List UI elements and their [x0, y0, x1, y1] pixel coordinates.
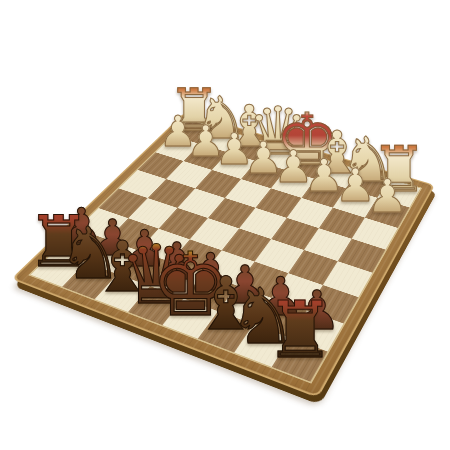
chess-board	[11, 112, 435, 398]
chess-set-photo: ♜♞♝♛♚♝♞♜♟♟♟♟♟♟♟♟♟♟♟♟♟♟♟♟♜♞♝♛♚♝♞♜	[0, 0, 450, 450]
board-squares	[31, 120, 421, 382]
